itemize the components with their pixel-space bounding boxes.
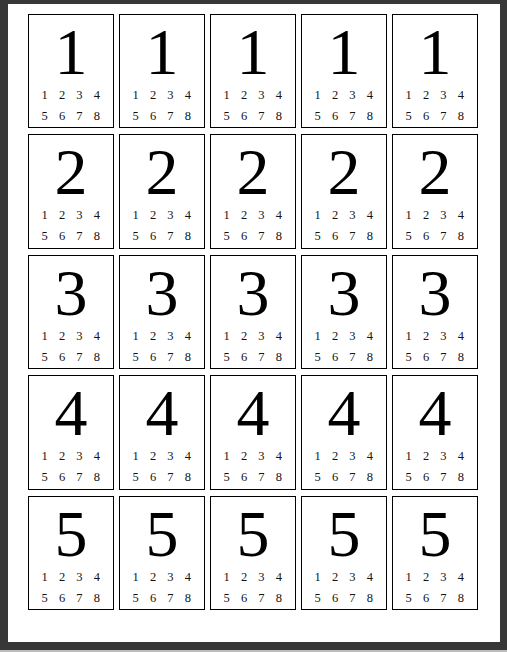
number-card-r5c3: 5 1 2 3 4 5 6 7 8 [210,496,296,610]
card-small-bottom-row: 5 6 7 8 [42,228,101,244]
number-card-r1c3: 1 1 2 3 4 5 6 7 8 [210,14,296,128]
card-small-top-row: 1 2 3 4 [224,207,283,223]
card-big-number: 2 [55,137,88,207]
card-big-number: 5 [328,499,361,569]
number-card-r1c5: 1 1 2 3 4 5 6 7 8 [392,14,478,128]
card-small-bottom-row: 5 6 7 8 [133,228,192,244]
card-small-top-row: 1 2 3 4 [224,448,283,464]
number-card-r1c2: 1 1 2 3 4 5 6 7 8 [119,14,205,128]
card-small-top-row: 1 2 3 4 [406,87,465,103]
card-small-top-row: 1 2 3 4 [406,448,465,464]
card-small-bottom-row: 5 6 7 8 [133,108,192,124]
card-big-number: 5 [55,499,88,569]
card-small-bottom-row: 5 6 7 8 [315,228,374,244]
card-big-number: 1 [419,17,452,87]
number-card-r4c1: 4 1 2 3 4 5 6 7 8 [28,375,114,489]
card-small-top-row: 1 2 3 4 [42,448,101,464]
card-small-bottom-row: 5 6 7 8 [406,349,465,365]
card-small-bottom-row: 5 6 7 8 [42,469,101,485]
card-small-top-row: 1 2 3 4 [406,207,465,223]
card-sheet-page: 1 1 2 3 4 5 6 7 8 1 1 2 3 4 5 6 7 8 1 1 … [8,4,500,642]
number-card-r2c1: 2 1 2 3 4 5 6 7 8 [28,134,114,248]
card-big-number: 5 [146,499,179,569]
number-card-r4c2: 4 1 2 3 4 5 6 7 8 [119,375,205,489]
card-big-number: 4 [55,378,88,448]
card-small-bottom-row: 5 6 7 8 [42,590,101,606]
card-small-top-row: 1 2 3 4 [42,87,101,103]
number-card-r4c5: 4 1 2 3 4 5 6 7 8 [392,375,478,489]
card-small-top-row: 1 2 3 4 [133,328,192,344]
number-card-r3c1: 3 1 2 3 4 5 6 7 8 [28,255,114,369]
card-small-top-row: 1 2 3 4 [224,87,283,103]
card-small-bottom-row: 5 6 7 8 [315,590,374,606]
card-small-bottom-row: 5 6 7 8 [224,228,283,244]
card-small-top-row: 1 2 3 4 [133,207,192,223]
number-card-r2c3: 2 1 2 3 4 5 6 7 8 [210,134,296,248]
card-small-bottom-row: 5 6 7 8 [224,469,283,485]
card-small-top-row: 1 2 3 4 [133,87,192,103]
number-card-r4c4: 4 1 2 3 4 5 6 7 8 [301,375,387,489]
number-card-r1c1: 1 1 2 3 4 5 6 7 8 [28,14,114,128]
number-card-r4c3: 4 1 2 3 4 5 6 7 8 [210,375,296,489]
number-card-r2c4: 2 1 2 3 4 5 6 7 8 [301,134,387,248]
card-small-bottom-row: 5 6 7 8 [406,590,465,606]
card-big-number: 5 [237,499,270,569]
number-card-r5c5: 5 1 2 3 4 5 6 7 8 [392,496,478,610]
card-big-number: 3 [328,258,361,328]
card-big-number: 3 [419,258,452,328]
card-small-top-row: 1 2 3 4 [315,87,374,103]
card-small-top-row: 1 2 3 4 [315,207,374,223]
card-small-bottom-row: 5 6 7 8 [42,108,101,124]
card-small-bottom-row: 5 6 7 8 [406,469,465,485]
number-card-r3c2: 3 1 2 3 4 5 6 7 8 [119,255,205,369]
card-small-top-row: 1 2 3 4 [133,569,192,585]
card-small-top-row: 1 2 3 4 [42,569,101,585]
card-small-bottom-row: 5 6 7 8 [133,590,192,606]
number-card-r5c2: 5 1 2 3 4 5 6 7 8 [119,496,205,610]
card-small-top-row: 1 2 3 4 [224,569,283,585]
number-card-r1c4: 1 1 2 3 4 5 6 7 8 [301,14,387,128]
card-small-bottom-row: 5 6 7 8 [224,590,283,606]
card-small-top-row: 1 2 3 4 [133,448,192,464]
card-small-bottom-row: 5 6 7 8 [42,349,101,365]
card-big-number: 1 [237,17,270,87]
number-card-r5c1: 5 1 2 3 4 5 6 7 8 [28,496,114,610]
card-big-number: 4 [328,378,361,448]
card-big-number: 4 [146,378,179,448]
card-big-number: 3 [146,258,179,328]
card-grid: 1 1 2 3 4 5 6 7 8 1 1 2 3 4 5 6 7 8 1 1 … [28,14,478,610]
card-small-bottom-row: 5 6 7 8 [315,108,374,124]
number-card-r3c4: 3 1 2 3 4 5 6 7 8 [301,255,387,369]
number-card-r3c5: 3 1 2 3 4 5 6 7 8 [392,255,478,369]
card-big-number: 1 [146,17,179,87]
card-small-top-row: 1 2 3 4 [42,207,101,223]
card-big-number: 4 [237,378,270,448]
number-card-r5c4: 5 1 2 3 4 5 6 7 8 [301,496,387,610]
card-small-bottom-row: 5 6 7 8 [133,469,192,485]
card-big-number: 1 [55,17,88,87]
card-small-top-row: 1 2 3 4 [315,569,374,585]
card-small-bottom-row: 5 6 7 8 [406,228,465,244]
card-small-bottom-row: 5 6 7 8 [224,349,283,365]
card-small-top-row: 1 2 3 4 [406,328,465,344]
card-small-top-row: 1 2 3 4 [315,448,374,464]
number-card-r2c2: 2 1 2 3 4 5 6 7 8 [119,134,205,248]
card-big-number: 1 [328,17,361,87]
card-big-number: 5 [419,499,452,569]
card-small-bottom-row: 5 6 7 8 [133,349,192,365]
card-big-number: 3 [237,258,270,328]
card-small-bottom-row: 5 6 7 8 [315,349,374,365]
card-small-top-row: 1 2 3 4 [42,328,101,344]
card-big-number: 2 [146,137,179,207]
card-small-bottom-row: 5 6 7 8 [315,469,374,485]
card-big-number: 2 [328,137,361,207]
card-big-number: 2 [237,137,270,207]
card-big-number: 4 [419,378,452,448]
card-big-number: 3 [55,258,88,328]
card-small-top-row: 1 2 3 4 [224,328,283,344]
card-small-top-row: 1 2 3 4 [406,569,465,585]
card-small-top-row: 1 2 3 4 [315,328,374,344]
number-card-r3c3: 3 1 2 3 4 5 6 7 8 [210,255,296,369]
number-card-r2c5: 2 1 2 3 4 5 6 7 8 [392,134,478,248]
card-small-bottom-row: 5 6 7 8 [406,108,465,124]
card-small-bottom-row: 5 6 7 8 [224,108,283,124]
card-big-number: 2 [419,137,452,207]
